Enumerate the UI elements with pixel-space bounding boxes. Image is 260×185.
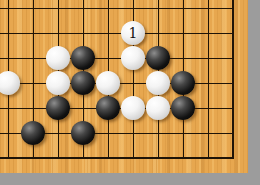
black-stone: [96, 96, 120, 120]
black-stone: [171, 71, 195, 95]
black-stone: [146, 46, 170, 70]
white-stone: [146, 71, 170, 95]
grid-line-horizontal: [0, 58, 234, 59]
grid-line-horizontal: [0, 33, 234, 34]
go-diagram: 1: [0, 0, 260, 185]
white-stone: [146, 96, 170, 120]
black-stone: [71, 46, 95, 70]
white-stone: [46, 71, 70, 95]
grid-line-vertical: [232, 0, 234, 159]
black-stone: [71, 121, 95, 145]
black-stone: [71, 71, 95, 95]
grid-line-horizontal: [0, 8, 234, 9]
move-number-label: 1: [129, 26, 138, 40]
grid-line-vertical: [208, 0, 209, 159]
black-stone: [46, 96, 70, 120]
white-stone: [0, 71, 20, 95]
black-stone: [21, 121, 45, 145]
white-stone: [121, 46, 145, 70]
white-stone: [96, 71, 120, 95]
grid-line-horizontal: [0, 157, 234, 159]
black-stone: [171, 96, 195, 120]
white-stone: [121, 96, 145, 120]
white-stone: 1: [121, 21, 145, 45]
go-board[interactable]: 1: [0, 0, 248, 173]
white-stone: [46, 46, 70, 70]
